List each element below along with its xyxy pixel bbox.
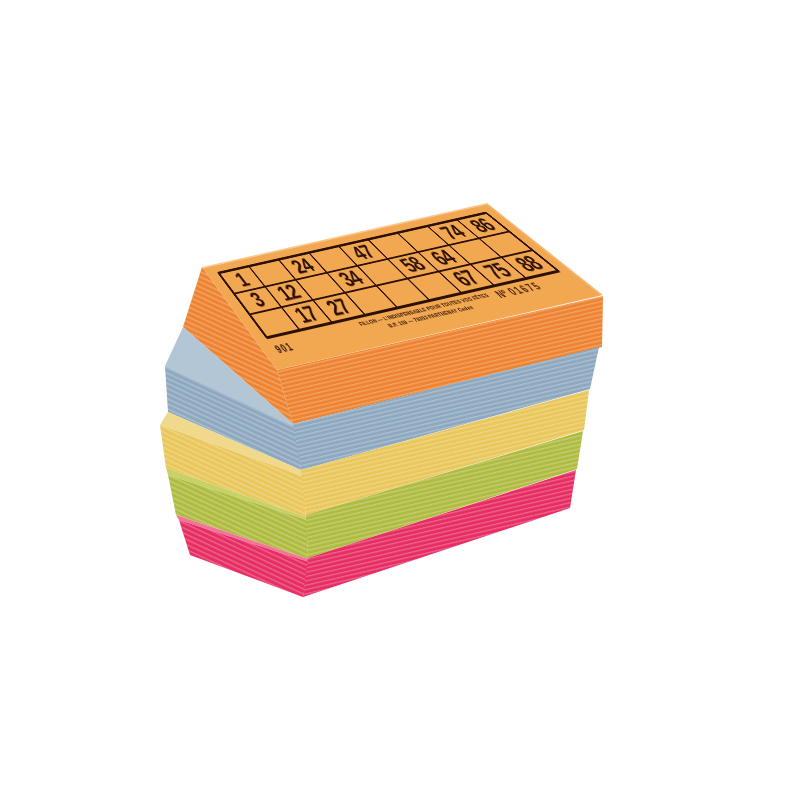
loto-number: 1	[231, 270, 253, 290]
loto-card-stack-photo: 1244774863123458641727677588 901 FILLON …	[0, 0, 800, 800]
card-stack-side-faces	[0, 0, 800, 800]
serial-value: 01675	[504, 280, 545, 297]
loto-number: 3	[246, 290, 269, 311]
loto-number: 24	[287, 256, 319, 277]
loto-number: 12	[273, 282, 305, 305]
card-number: 901	[273, 342, 296, 356]
